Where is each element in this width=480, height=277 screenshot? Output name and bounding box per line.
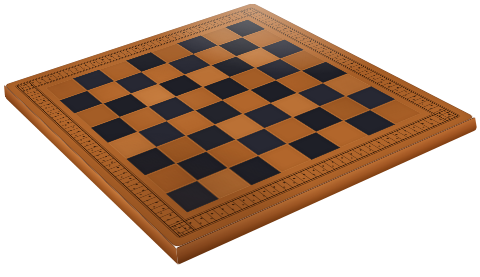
product-photo-stage: [0, 0, 480, 277]
chess-board: [4, 3, 475, 248]
